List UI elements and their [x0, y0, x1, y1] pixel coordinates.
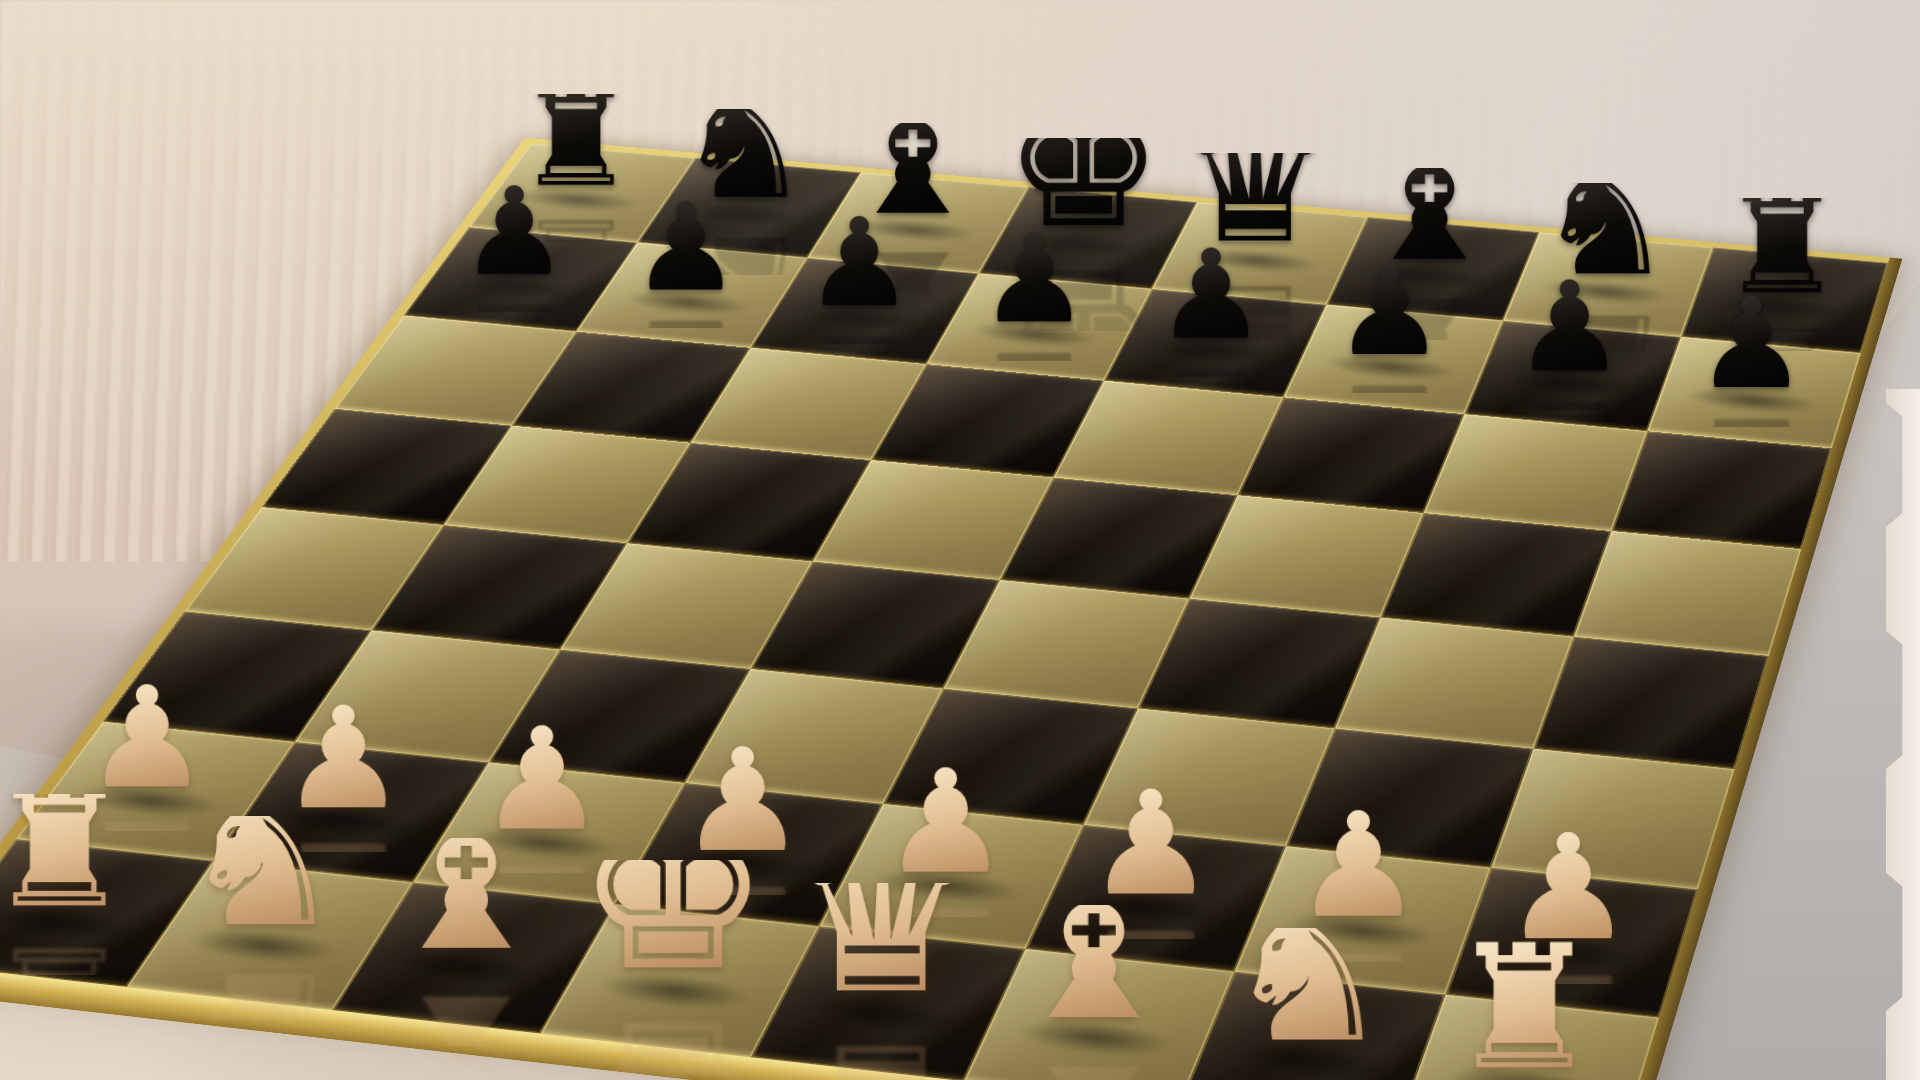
board-grid: ♜♜♞♞♝♝♚♚♛♛♝♝♞♞♜♜♟♟♟♟♟♟♟♟♟♟♟♟♟♟♟♟♟♟♟♟♟♟♟♟… — [0, 144, 1888, 1080]
square-h4[interactable] — [1534, 637, 1769, 770]
square-g6[interactable] — [1424, 414, 1648, 531]
white-rook-glyph: ♜ — [1302, 927, 1747, 1080]
square-h7[interactable]: ♟♟ — [1647, 337, 1861, 449]
chess-board: ♜♜♞♞♝♝♚♚♛♛♝♝♞♞♜♜♟♟♟♟♟♟♟♟♟♟♟♟♟♟♟♟♟♟♟♟♟♟♟♟… — [0, 144, 1888, 1080]
rendered-scene: ♜♜♞♞♝♝♚♚♛♛♝♝♞♞♜♜♟♟♟♟♟♟♟♟♟♟♟♟♟♟♟♟♟♟♟♟♟♟♟♟… — [0, 0, 1920, 1080]
scene-perspective: ♜♜♞♞♝♝♚♚♛♛♝♝♞♞♜♜♟♟♟♟♟♟♟♟♟♟♟♟♟♟♟♟♟♟♟♟♟♟♟♟… — [0, 0, 1920, 1080]
black-pawn-glyph: ♟ — [1566, 284, 1920, 403]
piece-white-rook-h1[interactable]: ♜♜ — [1413, 952, 1635, 1080]
square-h1[interactable]: ♜♜ — [1397, 995, 1659, 1080]
square-h5[interactable] — [1574, 531, 1802, 656]
square-g5[interactable] — [1381, 513, 1612, 637]
